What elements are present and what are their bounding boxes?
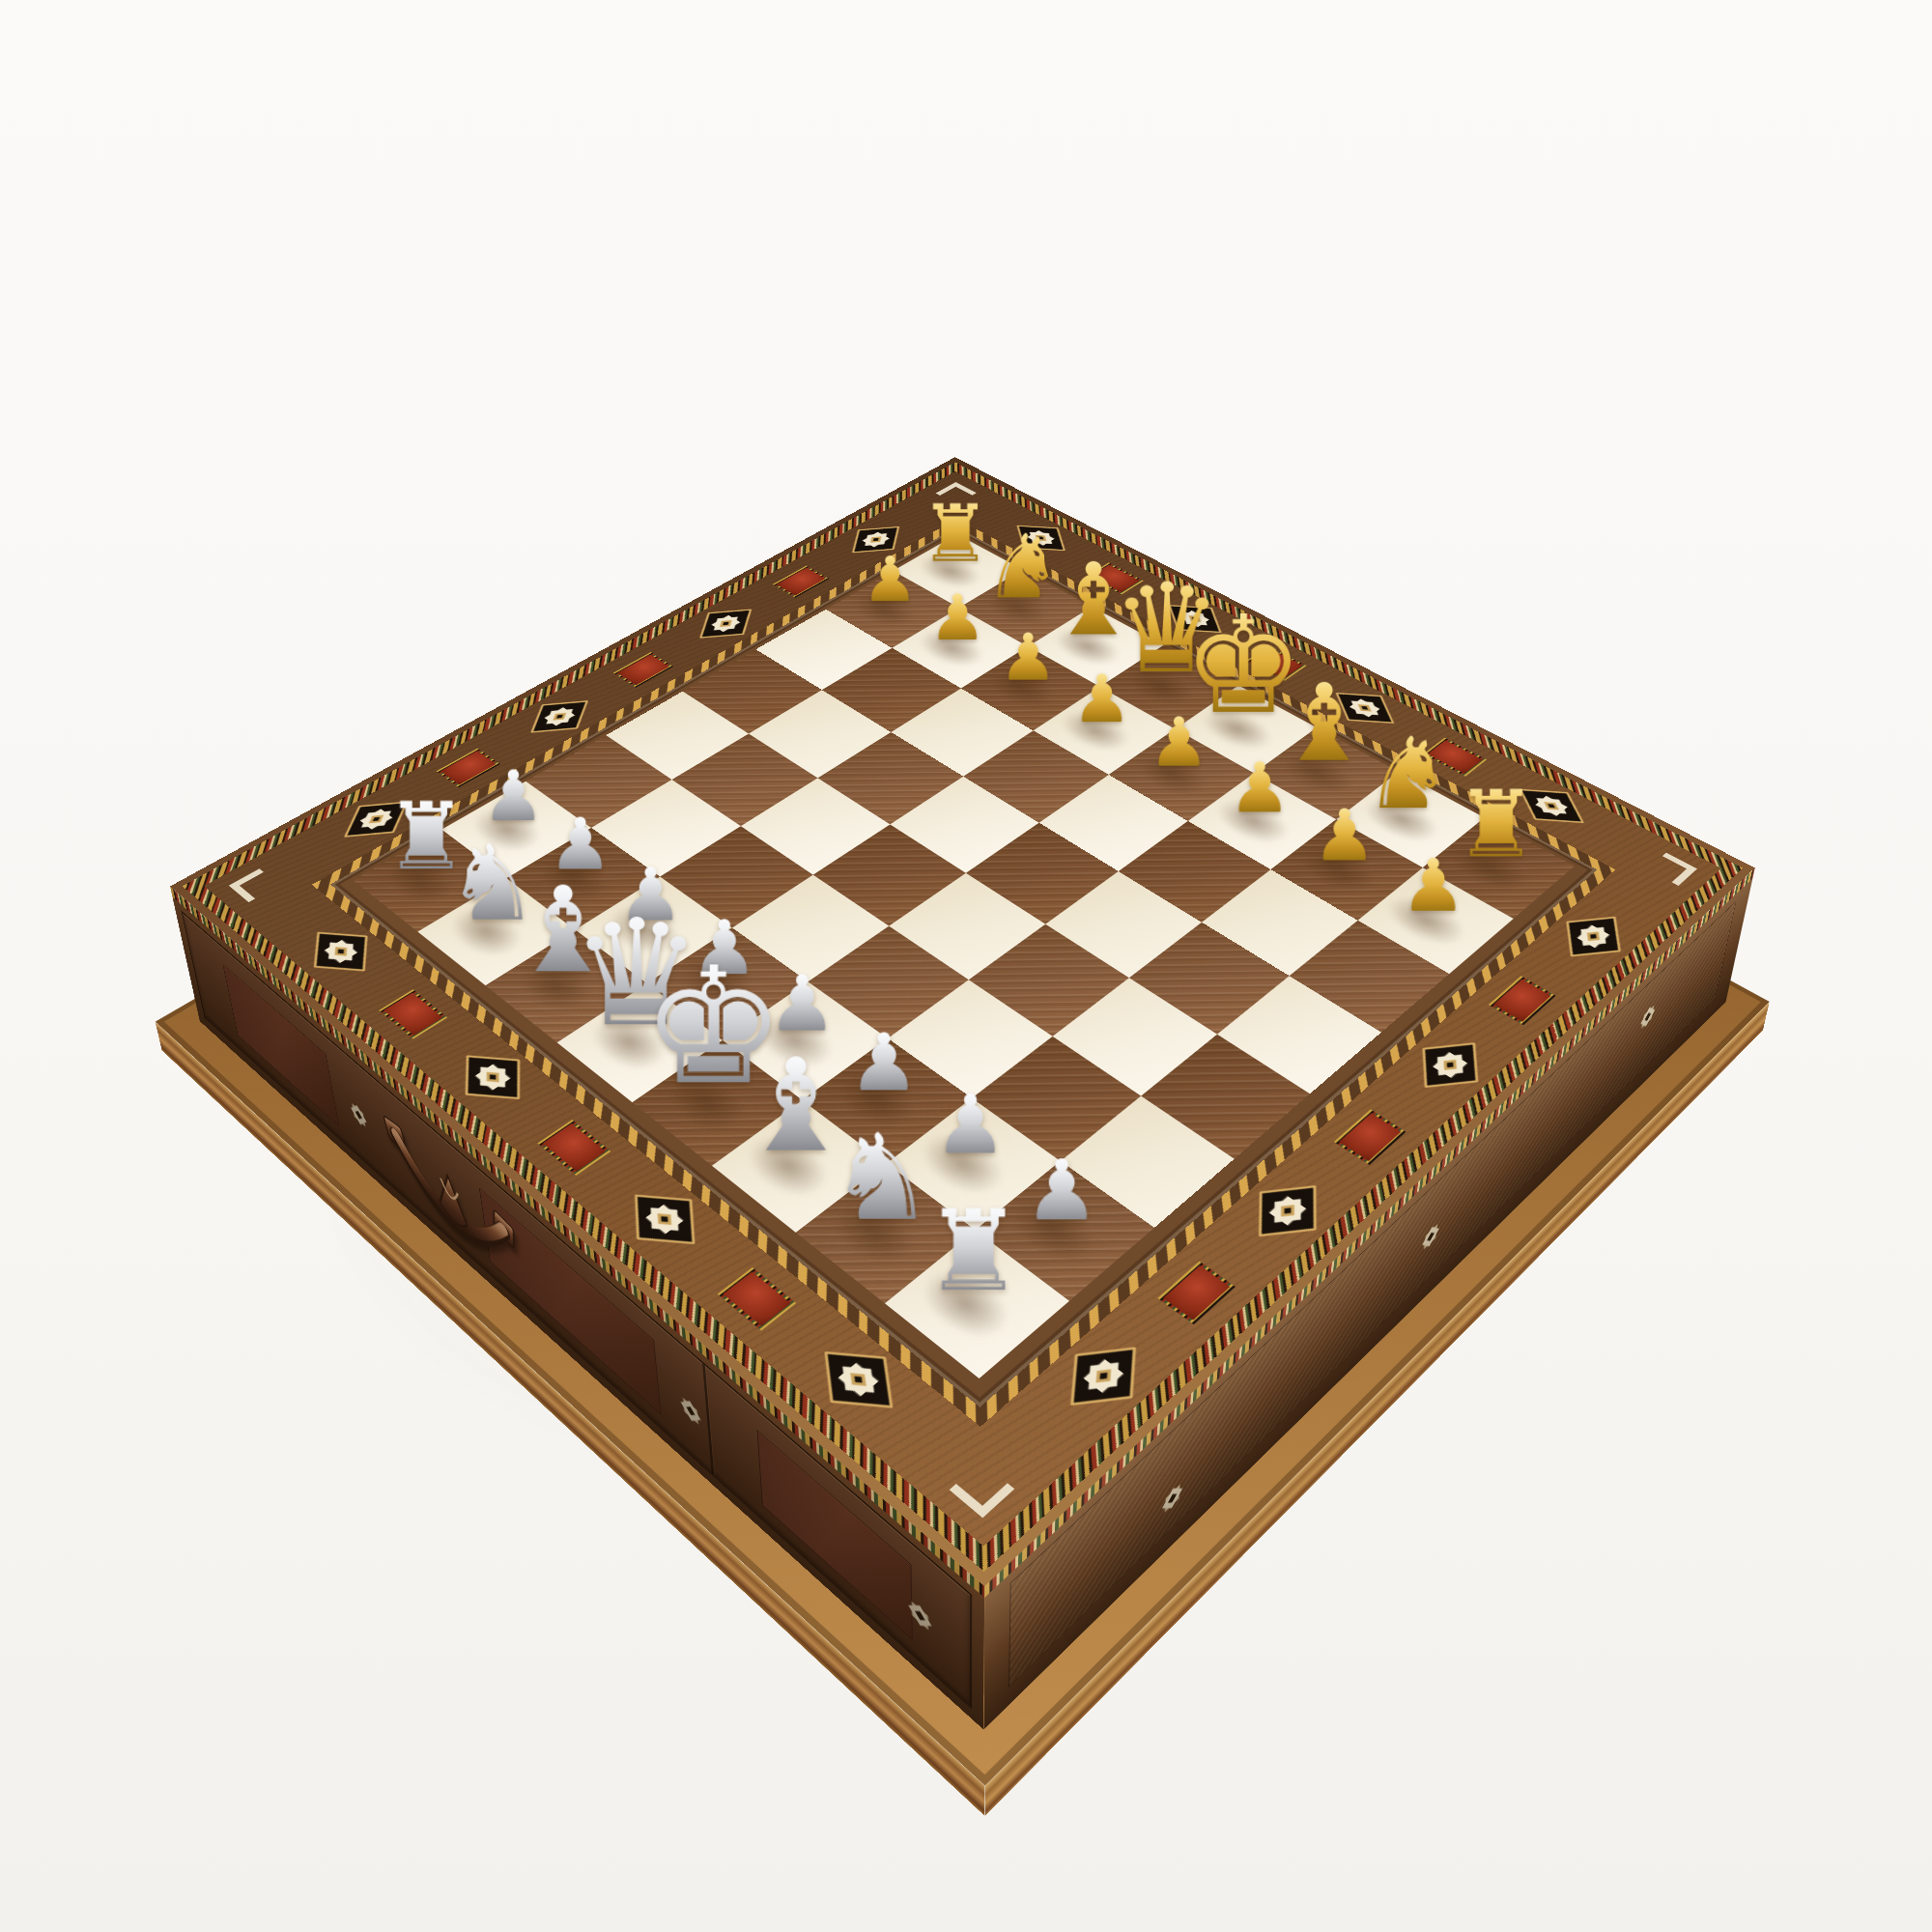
chess-box: ♜♞♝♛♚♝♞♜♟♟♟♟♟♟♟♟♟♟♟♟♟♟♟♟♜♞♝♛♚♝♞♜ [170,457,1755,1586]
product-photo-scene: ♜♞♝♛♚♝♞♜♟♟♟♟♟♟♟♟♟♟♟♟♟♟♟♟♜♞♝♛♚♝♞♜ [0,0,1932,1932]
piece-gold-pawn-h7[interactable]: ♟ [1345,852,1521,922]
border-star-tile [1542,902,1642,974]
border-red-tile [379,989,447,1038]
piece-silver-rook-h1[interactable]: ♜ [869,1199,1078,1305]
square-h1[interactable]: ♜ [885,1231,1069,1379]
border-red-tile [1334,1109,1406,1165]
border-red-tile [537,1120,611,1176]
corner-chevron-icon [229,868,280,902]
border-red-tile [717,1267,795,1331]
side-star-icon [899,1580,941,1652]
piece-spot-h1: ♜ [885,1231,1069,1379]
border-red-tile [1489,976,1556,1025]
side-star-icon [342,1086,376,1145]
square-f5[interactable] [1045,871,1202,978]
border-red-tile [1158,1261,1236,1324]
corner-chevron-icon [1647,852,1697,886]
border-red-tile [613,652,673,688]
side-star-inlay [899,1580,941,1652]
stage: ♜♞♝♛♚♝♞♜♟♟♟♟♟♟♟♟♟♟♟♟♟♟♟♟♜♞♝♛♚♝♞♜ [0,0,1932,1932]
corner-chevron-icon [950,1462,1015,1519]
side-star-inlay [342,1086,376,1145]
